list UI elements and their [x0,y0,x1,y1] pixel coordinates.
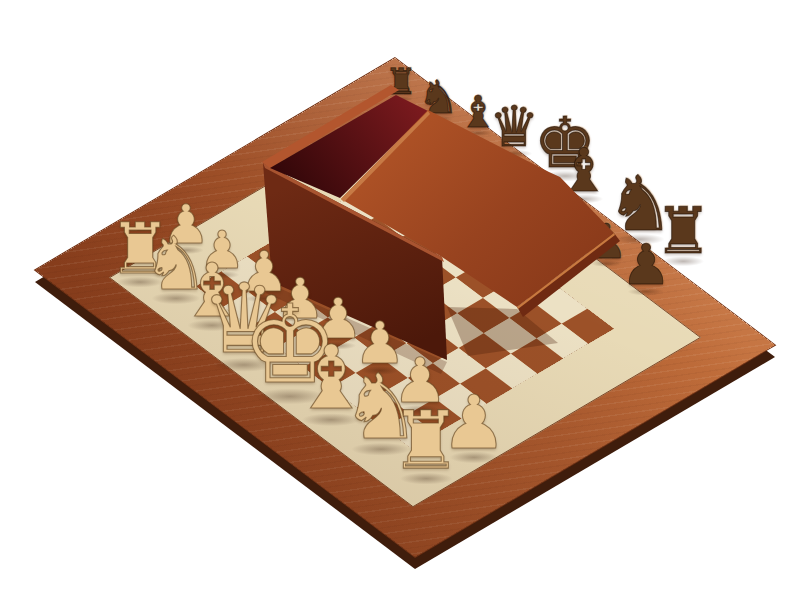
black-pawn-piece: ♟ [621,237,671,293]
black-queen-piece: ♛ [489,99,539,155]
chess-set-photo: ♜♟♞♟♝♟♛♟♚♟♝♟♞♟♜♟♜♞♝♛♚♝♞♜♟♟ [0,0,800,600]
black-knight-piece: ♞ [417,74,458,120]
black-rook-piece: ♜ [385,64,417,100]
black-bishop-piece: ♝ [557,140,611,200]
white-rook-piece: ♜ [390,401,462,481]
